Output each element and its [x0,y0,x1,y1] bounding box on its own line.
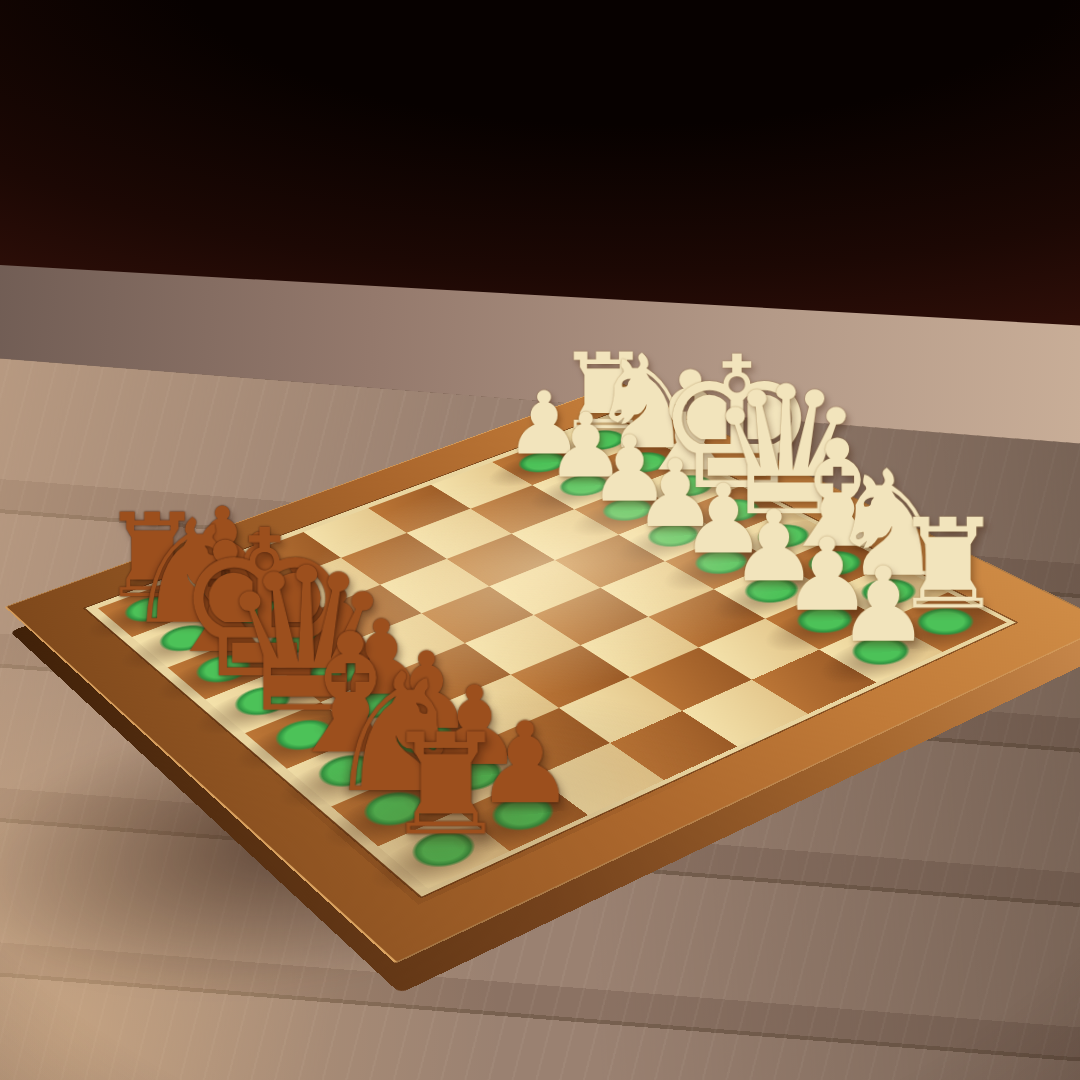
piece-glyph: ♜ [383,715,509,855]
photo-scene: ♜♟♟♜♞♟♟♞♝♟♟♝♚♟♟♚♛♟♟♛♝♟♟♝♞♟♟♞♜♟♟♜ [0,0,1080,1080]
piece-glyph: ♟ [837,553,930,656]
